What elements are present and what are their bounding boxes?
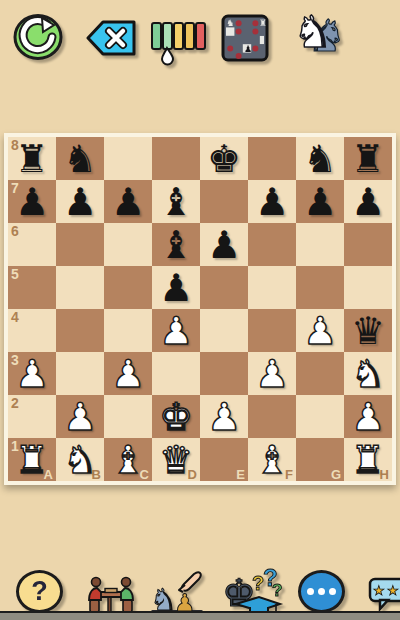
rank-label: 5	[11, 266, 19, 282]
square-b1[interactable]: B♞	[56, 438, 104, 481]
piece-white-knight[interactable]: ♞	[56, 438, 104, 481]
square-h5[interactable]	[344, 266, 392, 309]
svg-text:★: ★	[373, 583, 385, 598]
square-d8[interactable]	[152, 137, 200, 180]
square-c6[interactable]	[104, 223, 152, 266]
backspace-undo-button[interactable]	[85, 19, 137, 61]
square-e1[interactable]: E	[200, 438, 248, 481]
svg-text:♟: ♟	[244, 44, 252, 54]
square-a6[interactable]: 6	[8, 223, 56, 266]
square-d6[interactable]: ♝	[152, 223, 200, 266]
square-d1[interactable]: D♛	[152, 438, 200, 481]
square-c8[interactable]	[104, 137, 152, 180]
square-d4[interactable]: ♟	[152, 309, 200, 352]
square-e4[interactable]	[200, 309, 248, 352]
square-c4[interactable]	[104, 309, 152, 352]
piece-black-pawn[interactable]: ♟	[104, 180, 152, 223]
square-a3[interactable]: 3♟	[8, 352, 56, 395]
square-f7[interactable]: ♟	[248, 180, 296, 223]
square-f4[interactable]	[248, 309, 296, 352]
square-g7[interactable]: ♟	[296, 180, 344, 223]
hand-placing-piece-icon: ♞ ♟	[148, 570, 208, 616]
square-g3[interactable]	[296, 352, 344, 395]
piece-black-rook[interactable]: ♜	[344, 137, 392, 180]
square-h7[interactable]: ♟	[344, 180, 392, 223]
square-a2[interactable]: 2	[8, 395, 56, 438]
piece-black-king[interactable]: ♚	[200, 137, 248, 180]
piece-black-bishop[interactable]: ♝	[152, 180, 200, 223]
square-g8[interactable]: ♞	[296, 137, 344, 180]
piece-black-pawn[interactable]: ♟	[56, 180, 104, 223]
square-f5[interactable]	[248, 266, 296, 309]
restart-icon	[13, 12, 63, 62]
piece-black-pawn[interactable]: ♟	[8, 180, 56, 223]
rank-label: 2	[11, 395, 19, 411]
square-c2[interactable]	[104, 395, 152, 438]
piece-black-pawn[interactable]: ♟	[248, 180, 296, 223]
square-d2[interactable]: ♚	[152, 395, 200, 438]
square-g1[interactable]: G	[296, 438, 344, 481]
rank-label: 6	[11, 223, 19, 239]
piece-white-queen[interactable]: ♛	[152, 438, 200, 481]
file-label: E	[236, 467, 245, 482]
piece-white-rook[interactable]: ♜	[8, 438, 56, 481]
restart-button[interactable]	[13, 12, 63, 66]
square-a5[interactable]: 5	[8, 266, 56, 309]
puzzle-board-button[interactable]: ♞ ♜ ♟	[221, 14, 269, 66]
square-d3[interactable]	[152, 352, 200, 395]
chat-button[interactable]	[298, 570, 345, 613]
backspace-icon	[85, 19, 137, 57]
stars-bubble-icon: ★ ★ ★	[368, 576, 400, 614]
piece-black-bishop[interactable]: ♝	[152, 223, 200, 266]
svg-text:★: ★	[387, 583, 399, 598]
square-f3[interactable]: ♟	[248, 352, 296, 395]
square-f1[interactable]: F♝	[248, 438, 296, 481]
two-players-table-icon	[84, 574, 138, 614]
square-b5[interactable]	[56, 266, 104, 309]
square-h6[interactable]	[344, 223, 392, 266]
piece-black-queen[interactable]: ♛	[344, 309, 392, 352]
square-b6[interactable]	[56, 223, 104, 266]
choose-pieces-button[interactable]: ♞ ♞	[293, 8, 349, 62]
square-h8[interactable]: ♜	[344, 137, 392, 180]
piece-black-knight[interactable]: ♞	[56, 137, 104, 180]
top-toolbar: ♞ ♜ ♟ ♞ ♞	[0, 6, 400, 64]
square-c5[interactable]	[104, 266, 152, 309]
square-f6[interactable]	[248, 223, 296, 266]
piece-white-king[interactable]: ♚	[152, 395, 200, 438]
svg-text:?: ?	[272, 581, 282, 600]
square-h4[interactable]: ♛	[344, 309, 392, 352]
piece-white-bishop[interactable]: ♝	[104, 438, 152, 481]
piece-white-pawn[interactable]: ♟	[248, 352, 296, 395]
meter-bars-icon	[150, 20, 208, 66]
square-g6[interactable]	[296, 223, 344, 266]
square-e3[interactable]	[200, 352, 248, 395]
square-d5[interactable]: ♟	[152, 266, 200, 309]
square-b4[interactable]	[56, 309, 104, 352]
piece-white-pawn[interactable]: ♟	[200, 395, 248, 438]
mini-chessboard-icon: ♞ ♜ ♟	[221, 14, 269, 62]
rank-label: 4	[11, 309, 19, 325]
square-f2[interactable]	[248, 395, 296, 438]
square-h2[interactable]: ♟	[344, 395, 392, 438]
piece-black-pawn[interactable]: ♟	[200, 223, 248, 266]
piece-black-pawn[interactable]: ♟	[296, 180, 344, 223]
square-a8[interactable]: 8♜	[8, 137, 56, 180]
piece-white-pawn[interactable]: ♟	[8, 352, 56, 395]
question-mark-icon: ?	[31, 576, 48, 607]
ellipsis-icon	[307, 588, 336, 595]
white-knight-icon: ♞	[293, 10, 332, 54]
chess-board: 8♜♞♚♞♜7♟♟♟♝♟♟♟6♝♟5♟4♟♟♛3♟♟♟♞2♟♚♟♟1A♜B♞C♝…	[4, 133, 396, 485]
piece-black-pawn[interactable]: ♟	[152, 266, 200, 309]
square-e5[interactable]	[200, 266, 248, 309]
piece-black-rook[interactable]: ♜	[8, 137, 56, 180]
square-b7[interactable]: ♟	[56, 180, 104, 223]
piece-black-pawn[interactable]: ♟	[344, 180, 392, 223]
square-f8[interactable]	[248, 137, 296, 180]
piece-black-knight[interactable]: ♞	[296, 137, 344, 180]
square-c3[interactable]: ♟	[104, 352, 152, 395]
svg-text:♜: ♜	[259, 18, 267, 28]
bottom-toolbar: ? ♞ ♟ ? ? ? ♚	[0, 566, 400, 616]
piece-white-pawn[interactable]: ♟	[344, 395, 392, 438]
piece-white-pawn[interactable]: ♟	[104, 352, 152, 395]
square-a4[interactable]: 4	[8, 309, 56, 352]
square-g2[interactable]	[296, 395, 344, 438]
help-button[interactable]: ?	[16, 570, 63, 613]
piece-white-rook[interactable]: ♜	[344, 438, 392, 481]
bottom-system-bar	[0, 611, 400, 620]
droplet-icon	[162, 48, 173, 65]
piece-white-pawn[interactable]: ♟	[152, 309, 200, 352]
difficulty-meter-button[interactable]	[150, 20, 208, 70]
square-d7[interactable]: ♝	[152, 180, 200, 223]
square-h1[interactable]: H♜	[344, 438, 392, 481]
square-e6[interactable]: ♟	[200, 223, 248, 266]
square-c1[interactable]: C♝	[104, 438, 152, 481]
piece-white-pawn[interactable]: ♟	[296, 309, 344, 352]
piece-white-pawn[interactable]: ♟	[56, 395, 104, 438]
square-e7[interactable]	[200, 180, 248, 223]
chess-app-screen: { "app": { "background_color": "#ecd6ac"…	[0, 0, 400, 620]
square-c7[interactable]: ♟	[104, 180, 152, 223]
square-g4[interactable]: ♟	[296, 309, 344, 352]
piece-white-knight[interactable]: ♞	[344, 352, 392, 395]
square-h3[interactable]: ♞	[344, 352, 392, 395]
square-a1[interactable]: 1A♜	[8, 438, 56, 481]
file-label: G	[331, 467, 341, 482]
square-b8[interactable]: ♞	[56, 137, 104, 180]
square-b2[interactable]: ♟	[56, 395, 104, 438]
square-b3[interactable]	[56, 352, 104, 395]
square-e8[interactable]: ♚	[200, 137, 248, 180]
square-a7[interactable]: 7♟	[8, 180, 56, 223]
square-g5[interactable]	[296, 266, 344, 309]
svg-text:♞: ♞	[227, 18, 235, 28]
square-e2[interactable]: ♟	[200, 395, 248, 438]
piece-white-bishop[interactable]: ♝	[248, 438, 296, 481]
